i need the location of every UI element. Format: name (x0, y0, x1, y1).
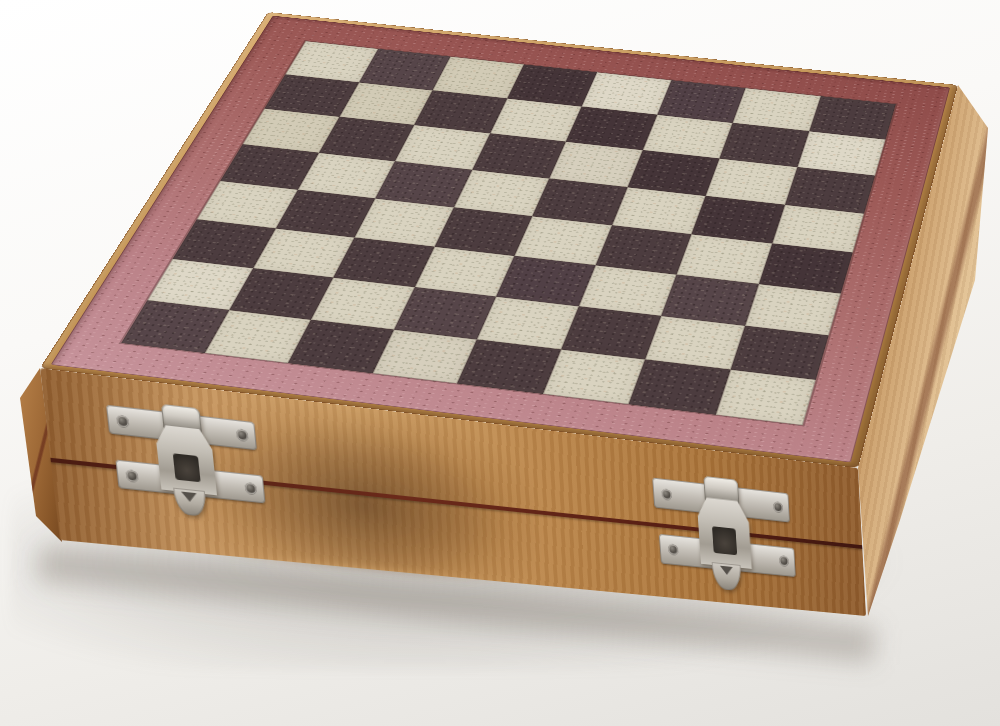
screw-icon (125, 469, 139, 482)
latch-hasp-hole (172, 453, 201, 482)
latch-hasp-body (696, 496, 752, 569)
latch-hasp (152, 403, 220, 518)
product-photo-scene (0, 0, 1000, 726)
screw-icon (668, 544, 679, 556)
screw-icon (236, 429, 249, 442)
latch-tongue (712, 562, 742, 592)
screw-icon (772, 501, 782, 512)
screw-icon (778, 556, 788, 567)
screw-icon (661, 488, 672, 500)
latch-hasp (695, 475, 754, 593)
screw-icon (244, 482, 257, 495)
latch-tongue (173, 488, 207, 517)
screw-icon (116, 415, 130, 428)
latch-hasp-hole (712, 526, 737, 555)
latch-right (652, 470, 795, 597)
latch-left (105, 397, 264, 523)
latch-hasp-body (154, 424, 217, 496)
